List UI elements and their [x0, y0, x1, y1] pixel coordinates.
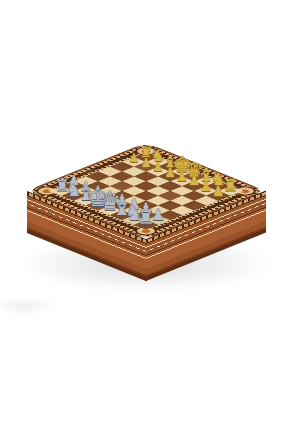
chess-set-product-photo: ♜♞♝♛♚♝♞♜♟♟♟♟♟♟♟♟♟♟♟♟♟♟♟♟♜♞♝♛♚♝♞♜	[0, 0, 287, 430]
rosette-icon	[241, 190, 248, 193]
cast-shadow-left	[0, 298, 60, 314]
rosette-icon	[143, 229, 150, 232]
